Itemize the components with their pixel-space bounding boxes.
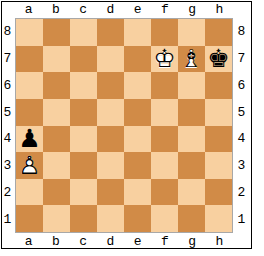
file-labels-top: a b c d e f g h bbox=[15, 1, 233, 17]
square-a3[interactable]: ♟♙ bbox=[16, 152, 43, 179]
square-c8[interactable] bbox=[70, 19, 97, 46]
square-a5[interactable] bbox=[16, 99, 43, 126]
square-e3[interactable] bbox=[124, 152, 151, 179]
rank-label-2: 2 bbox=[234, 179, 249, 206]
rank-label-1: 1 bbox=[234, 206, 249, 233]
square-c5[interactable] bbox=[70, 99, 97, 126]
square-b7[interactable] bbox=[43, 46, 70, 73]
square-g4[interactable] bbox=[178, 126, 205, 153]
square-g6[interactable] bbox=[178, 72, 205, 99]
rank-label-3: 3 bbox=[234, 152, 249, 179]
black-king: ♚ bbox=[205, 46, 232, 73]
white-pawn: ♟♙ bbox=[16, 152, 43, 179]
file-label-e: e bbox=[124, 1, 151, 17]
square-e1[interactable] bbox=[124, 205, 151, 232]
square-b8[interactable] bbox=[43, 19, 70, 46]
square-f5[interactable] bbox=[151, 99, 178, 126]
square-g2[interactable] bbox=[178, 179, 205, 206]
rank-label-6: 6 bbox=[234, 72, 249, 99]
square-h3[interactable] bbox=[205, 152, 232, 179]
file-label-c: c bbox=[70, 1, 97, 17]
square-c4[interactable] bbox=[70, 126, 97, 153]
square-f6[interactable] bbox=[151, 72, 178, 99]
square-d7[interactable] bbox=[97, 46, 124, 73]
square-g5[interactable] bbox=[178, 99, 205, 126]
rank-label-7: 7 bbox=[1, 45, 14, 72]
square-d4[interactable] bbox=[97, 126, 124, 153]
square-c2[interactable] bbox=[70, 179, 97, 206]
chess-diagram: a b c d e f g h 8 7 6 5 4 3 2 1 ♚♔♝♗♚♟♟♙… bbox=[0, 0, 264, 256]
square-d2[interactable] bbox=[97, 179, 124, 206]
square-b1[interactable] bbox=[43, 205, 70, 232]
chess-board: ♚♔♝♗♚♟♟♙ bbox=[15, 18, 233, 233]
square-d3[interactable] bbox=[97, 152, 124, 179]
white-king: ♚♔ bbox=[151, 46, 178, 73]
rank-label-5: 5 bbox=[234, 99, 249, 126]
square-h6[interactable] bbox=[205, 72, 232, 99]
file-label-g: g bbox=[179, 1, 206, 17]
square-e2[interactable] bbox=[124, 179, 151, 206]
file-label-h: h bbox=[206, 1, 233, 17]
square-g8[interactable] bbox=[178, 19, 205, 46]
file-label-g: g bbox=[179, 233, 206, 249]
file-label-a: a bbox=[15, 1, 42, 17]
square-h7[interactable]: ♚ bbox=[205, 46, 232, 73]
rank-labels-right: 8 7 6 5 4 3 2 1 bbox=[234, 18, 249, 233]
rank-label-8: 8 bbox=[1, 18, 14, 45]
file-label-b: b bbox=[42, 1, 69, 17]
square-h5[interactable] bbox=[205, 99, 232, 126]
square-h2[interactable] bbox=[205, 179, 232, 206]
square-e5[interactable] bbox=[124, 99, 151, 126]
square-a2[interactable] bbox=[16, 179, 43, 206]
square-c3[interactable] bbox=[70, 152, 97, 179]
square-b3[interactable] bbox=[43, 152, 70, 179]
rank-labels-left: 8 7 6 5 4 3 2 1 bbox=[1, 18, 14, 233]
square-a7[interactable] bbox=[16, 46, 43, 73]
square-b6[interactable] bbox=[43, 72, 70, 99]
square-f8[interactable] bbox=[151, 19, 178, 46]
square-f1[interactable] bbox=[151, 205, 178, 232]
square-d6[interactable] bbox=[97, 72, 124, 99]
rank-label-2: 2 bbox=[1, 179, 14, 206]
square-f2[interactable] bbox=[151, 179, 178, 206]
square-c6[interactable] bbox=[70, 72, 97, 99]
rank-label-5: 5 bbox=[1, 99, 14, 126]
file-label-e: e bbox=[124, 233, 151, 249]
square-c7[interactable] bbox=[70, 46, 97, 73]
square-h8[interactable] bbox=[205, 19, 232, 46]
square-f3[interactable] bbox=[151, 152, 178, 179]
square-h4[interactable] bbox=[205, 126, 232, 153]
square-f7[interactable]: ♚♔ bbox=[151, 46, 178, 73]
square-a4[interactable]: ♟ bbox=[16, 126, 43, 153]
square-c1[interactable] bbox=[70, 205, 97, 232]
square-d1[interactable] bbox=[97, 205, 124, 232]
rank-label-8: 8 bbox=[234, 18, 249, 45]
rank-label-1: 1 bbox=[1, 206, 14, 233]
square-b4[interactable] bbox=[43, 126, 70, 153]
rank-label-4: 4 bbox=[234, 126, 249, 153]
square-e8[interactable] bbox=[124, 19, 151, 46]
black-pawn: ♟ bbox=[16, 126, 43, 153]
square-h1[interactable] bbox=[205, 205, 232, 232]
square-e4[interactable] bbox=[124, 126, 151, 153]
rank-label-3: 3 bbox=[1, 152, 14, 179]
square-e6[interactable] bbox=[124, 72, 151, 99]
file-label-c: c bbox=[70, 233, 97, 249]
file-label-a: a bbox=[15, 233, 42, 249]
file-label-f: f bbox=[151, 233, 178, 249]
square-a6[interactable] bbox=[16, 72, 43, 99]
rank-label-7: 7 bbox=[234, 45, 249, 72]
file-label-d: d bbox=[97, 233, 124, 249]
file-label-d: d bbox=[97, 1, 124, 17]
rank-label-4: 4 bbox=[1, 126, 14, 153]
square-f4[interactable] bbox=[151, 126, 178, 153]
square-e7[interactable] bbox=[124, 46, 151, 73]
file-labels-bottom: a b c d e f g h bbox=[15, 233, 233, 249]
file-label-h: h bbox=[206, 233, 233, 249]
square-g3[interactable] bbox=[178, 152, 205, 179]
square-a8[interactable] bbox=[16, 19, 43, 46]
square-a1[interactable] bbox=[16, 205, 43, 232]
square-g1[interactable] bbox=[178, 205, 205, 232]
square-b2[interactable] bbox=[43, 179, 70, 206]
white-bishop: ♝♗ bbox=[178, 46, 205, 73]
square-g7[interactable]: ♝♗ bbox=[178, 46, 205, 73]
square-d5[interactable] bbox=[97, 99, 124, 126]
square-d8[interactable] bbox=[97, 19, 124, 46]
file-label-b: b bbox=[42, 233, 69, 249]
file-label-f: f bbox=[151, 1, 178, 17]
rank-label-6: 6 bbox=[1, 72, 14, 99]
square-b5[interactable] bbox=[43, 99, 70, 126]
